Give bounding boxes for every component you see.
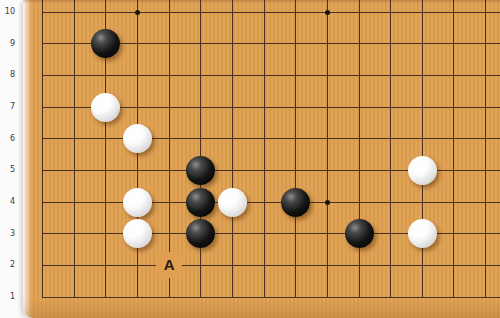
- row-coordinate-label: 1: [0, 292, 15, 302]
- star-point: [325, 200, 330, 205]
- grid-line-horizontal: [42, 297, 500, 298]
- row-coordinate-label: 6: [0, 134, 15, 144]
- white-stone: [218, 188, 247, 217]
- grid-line-vertical: [42, 0, 43, 298]
- white-stone: [123, 219, 152, 248]
- grid-line-vertical: [453, 0, 454, 298]
- row-coordinate-label: 7: [0, 102, 15, 112]
- grid-line-vertical: [264, 0, 265, 298]
- grid-line-horizontal: [42, 138, 500, 139]
- grid-line-vertical: [295, 0, 296, 298]
- row-coordinate-label: 8: [0, 70, 15, 80]
- point-label-A[interactable]: A: [156, 252, 182, 278]
- board-layer: 10987654321A: [0, 0, 500, 318]
- grid-line-horizontal: [42, 12, 500, 13]
- go-board-screenshot: 10987654321A: [0, 0, 500, 318]
- grid-line-vertical: [74, 0, 75, 298]
- white-stone: [408, 219, 437, 248]
- black-stone: [186, 219, 215, 248]
- row-coordinate-label: 2: [0, 260, 15, 270]
- grid-line-vertical: [390, 0, 391, 298]
- grid-line-vertical: [422, 0, 423, 298]
- grid-line-horizontal: [42, 202, 500, 203]
- white-stone: [408, 156, 437, 185]
- row-coordinate-label: 3: [0, 229, 15, 239]
- black-stone: [281, 188, 310, 217]
- grid-line-vertical: [200, 0, 201, 298]
- black-stone: [186, 188, 215, 217]
- grid-line-horizontal: [42, 265, 500, 266]
- white-stone: [91, 93, 120, 122]
- grid-line-vertical: [327, 0, 328, 298]
- row-coordinate-label: 5: [0, 165, 15, 175]
- row-coordinate-label: 10: [0, 7, 15, 17]
- grid-line-vertical: [232, 0, 233, 298]
- white-stone: [123, 124, 152, 153]
- black-stone: [186, 156, 215, 185]
- row-coordinate-label: 9: [0, 39, 15, 49]
- grid-line-vertical: [359, 0, 360, 298]
- star-point: [325, 10, 330, 15]
- grid-line-horizontal: [42, 75, 500, 76]
- row-coordinate-label: 4: [0, 197, 15, 207]
- grid-line-vertical: [485, 0, 486, 298]
- star-point: [135, 10, 140, 15]
- white-stone: [123, 188, 152, 217]
- black-stone: [345, 219, 374, 248]
- black-stone: [91, 29, 120, 58]
